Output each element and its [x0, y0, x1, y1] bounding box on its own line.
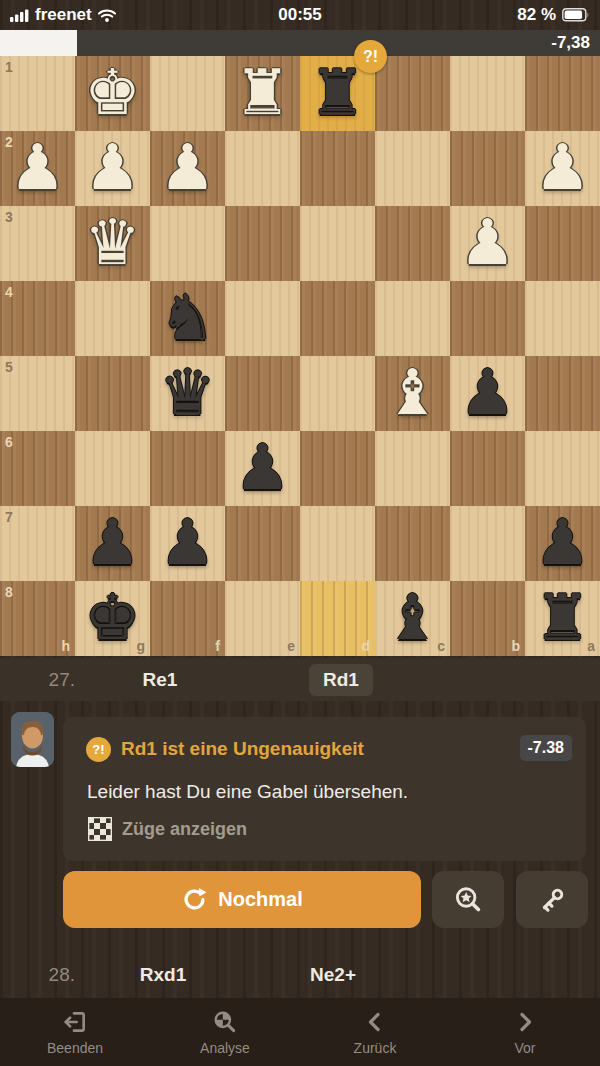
square-f2[interactable]: ♟ — [150, 131, 225, 206]
square-d2[interactable] — [300, 131, 375, 206]
key-button[interactable] — [516, 871, 588, 928]
piece-bR-a8: ♜ — [525, 581, 600, 656]
game-review-button[interactable] — [432, 871, 504, 928]
square-d6[interactable] — [300, 431, 375, 506]
move-white-28[interactable]: Rxd1 — [134, 963, 192, 987]
nav-item-vor[interactable]: Vor — [450, 998, 600, 1066]
square-c7[interactable] — [375, 506, 450, 581]
square-c6[interactable] — [375, 431, 450, 506]
square-e8[interactable]: e — [225, 581, 300, 656]
square-f4[interactable]: ♞ — [150, 281, 225, 356]
square-e5[interactable] — [225, 356, 300, 431]
show-moves-label: Züge anzeigen — [122, 819, 247, 840]
square-d3[interactable] — [300, 206, 375, 281]
square-b5[interactable]: ♟ — [450, 356, 525, 431]
rank-label-2: 2 — [5, 134, 13, 150]
square-c5[interactable]: ♝ — [375, 356, 450, 431]
key-icon — [537, 885, 567, 915]
file-label-d: d — [361, 638, 370, 654]
nav-item-analyse[interactable]: Analyse — [150, 998, 300, 1066]
square-h2[interactable]: 2♟ — [0, 131, 75, 206]
rank-label-5: 5 — [5, 359, 13, 375]
analysis-icon — [212, 1009, 238, 1035]
square-a2[interactable]: ♟ — [525, 131, 600, 206]
exit-icon — [62, 1009, 88, 1035]
square-g8[interactable]: g♚ — [75, 581, 150, 656]
square-h3[interactable]: 3 — [0, 206, 75, 281]
square-e1[interactable]: ♜ — [225, 56, 300, 131]
rank-label-3: 3 — [5, 209, 13, 225]
move-white-27[interactable]: Re1 — [137, 668, 184, 692]
evaluation-bar: -7,38 — [0, 30, 600, 56]
evaluation-chip: -7.38 — [520, 735, 572, 761]
square-f8[interactable]: f — [150, 581, 225, 656]
square-g5[interactable] — [75, 356, 150, 431]
inaccuracy-badge-small-label: ?! — [92, 742, 104, 757]
piece-bK-g8: ♚ — [75, 581, 150, 656]
square-b2[interactable] — [450, 131, 525, 206]
retry-refresh-icon — [181, 886, 208, 913]
nav-label-zurueck: Zurück — [354, 1040, 397, 1056]
nav-item-zurueck[interactable]: Zurück — [300, 998, 450, 1066]
magnifier-star-icon — [453, 885, 483, 915]
analysis-card: ?! Rd1 ist eine Ungenauigkeit -7.38 Leid… — [63, 717, 586, 861]
rank-label-7: 7 — [5, 509, 13, 525]
square-e7[interactable] — [225, 506, 300, 581]
rank-label-1: 1 — [5, 59, 13, 75]
evaluation-white-portion — [0, 30, 77, 56]
square-g6[interactable] — [75, 431, 150, 506]
square-e6[interactable]: ♟ — [225, 431, 300, 506]
file-label-f: f — [215, 638, 220, 654]
clock: 00:55 — [0, 5, 600, 25]
forward-icon — [513, 1009, 537, 1035]
piece-wB-c5: ♝ — [375, 356, 450, 431]
analysis-card-header: ?! Rd1 ist eine Ungenauigkeit -7.38 — [63, 737, 586, 763]
nav-item-beenden[interactable]: Beenden — [0, 998, 150, 1066]
piece-bP-g7: ♟ — [75, 506, 150, 581]
back-icon — [363, 1009, 387, 1035]
square-a7[interactable]: ♟ — [525, 506, 600, 581]
move-number: 28. — [30, 964, 75, 986]
square-e3[interactable] — [225, 206, 300, 281]
square-c1[interactable] — [375, 56, 450, 131]
chess-board: ?! 1♚♜♜2♟♟♟♟3♛♟4♞5♛♝♟6♟7♟♟♟8hg♚fedc♝ba♜ — [0, 56, 600, 656]
file-label-h: h — [61, 638, 70, 654]
retry-button[interactable]: Nochmal — [63, 871, 421, 928]
square-d8[interactable]: d — [300, 581, 375, 656]
nav-label-beenden: Beenden — [47, 1040, 103, 1056]
square-a4[interactable] — [525, 281, 600, 356]
piece-wR-e1: ♜ — [225, 56, 300, 131]
square-g4[interactable] — [75, 281, 150, 356]
avatar — [11, 712, 54, 767]
square-h7[interactable]: 7 — [0, 506, 75, 581]
square-h6[interactable]: 6 — [0, 431, 75, 506]
piece-wK-g1: ♚ — [75, 56, 150, 131]
square-g2[interactable]: ♟ — [75, 131, 150, 206]
inaccuracy-badge: ?! — [354, 40, 387, 73]
square-g7[interactable]: ♟ — [75, 506, 150, 581]
square-g3[interactable]: ♛ — [75, 206, 150, 281]
square-d5[interactable] — [300, 356, 375, 431]
move-black-27-selected[interactable]: Rd1 — [309, 664, 373, 696]
file-label-g: g — [136, 638, 145, 654]
square-b7[interactable] — [450, 506, 525, 581]
square-a5[interactable] — [525, 356, 600, 431]
rank-label-8: 8 — [5, 584, 13, 600]
square-b6[interactable] — [450, 431, 525, 506]
piece-bB-c8: ♝ — [375, 581, 450, 656]
piece-wP-g2: ♟ — [75, 131, 150, 206]
square-e2[interactable] — [225, 131, 300, 206]
piece-bN-f4: ♞ — [150, 281, 225, 356]
square-e4[interactable] — [225, 281, 300, 356]
retry-label: Nochmal — [218, 888, 302, 911]
square-h1[interactable]: 1 — [0, 56, 75, 131]
square-c8[interactable]: c♝ — [375, 581, 450, 656]
move-black-28[interactable]: Ne2+ — [304, 963, 362, 987]
square-c4[interactable] — [375, 281, 450, 356]
app-screen: freenet 00:55 82 % -7,38 ?! 1♚♜♜2♟♟♟♟3♛♟… — [0, 0, 600, 1066]
square-f3[interactable] — [150, 206, 225, 281]
move-row-27: 27. Re1 Rd1 — [0, 658, 600, 701]
square-b1[interactable] — [450, 56, 525, 131]
inaccuracy-badge-label: ?! — [363, 48, 378, 65]
rank-label-4: 4 — [5, 284, 13, 300]
show-moves-button[interactable]: Züge anzeigen — [88, 817, 247, 841]
square-h4[interactable]: 4 — [0, 281, 75, 356]
file-label-b: b — [511, 638, 520, 654]
square-c3[interactable] — [375, 206, 450, 281]
square-b8[interactable]: b — [450, 581, 525, 656]
move-number: 27. — [30, 669, 75, 691]
status-bar: freenet 00:55 82 % — [0, 0, 600, 30]
square-h8[interactable]: 8h — [0, 581, 75, 656]
piece-wP-b3: ♟ — [450, 206, 525, 281]
square-f1[interactable] — [150, 56, 225, 131]
piece-wP-f2: ♟ — [150, 131, 225, 206]
piece-bQ-f5: ♛ — [150, 356, 225, 431]
square-a6[interactable] — [525, 431, 600, 506]
rank-label-6: 6 — [5, 434, 13, 450]
piece-bP-a7: ♟ — [525, 506, 600, 581]
piece-wQ-g3: ♛ — [75, 206, 150, 281]
square-g1[interactable]: ♚ — [75, 56, 150, 131]
file-label-c: c — [437, 638, 445, 654]
nav-label-analyse: Analyse — [200, 1040, 250, 1056]
piece-wP-h2: ♟ — [0, 131, 75, 206]
square-d7[interactable] — [300, 506, 375, 581]
square-b3[interactable]: ♟ — [450, 206, 525, 281]
square-f7[interactable]: ♟ — [150, 506, 225, 581]
square-d4[interactable] — [300, 281, 375, 356]
piece-bP-e6: ♟ — [225, 431, 300, 506]
analysis-title: Rd1 ist eine Ungenauigkeit — [121, 738, 364, 760]
square-a3[interactable] — [525, 206, 600, 281]
piece-wP-a2: ♟ — [525, 131, 600, 206]
square-f5[interactable]: ♛ — [150, 356, 225, 431]
square-c2[interactable] — [375, 131, 450, 206]
nav-label-vor: Vor — [514, 1040, 535, 1056]
mini-board-icon — [88, 817, 112, 841]
square-a8[interactable]: a♜ — [525, 581, 600, 656]
inaccuracy-badge-small: ?! — [86, 737, 111, 762]
square-a1[interactable] — [525, 56, 600, 131]
square-h5[interactable]: 5 — [0, 356, 75, 431]
move-row-28: 28. Rxd1 Ne2+ — [0, 956, 600, 994]
piece-bP-f7: ♟ — [150, 506, 225, 581]
analysis-comment: Leider hast Du eine Gabel übersehen. — [87, 781, 408, 803]
piece-bP-b5: ♟ — [450, 356, 525, 431]
file-label-a: a — [587, 638, 595, 654]
evaluation-value: -7,38 — [551, 30, 590, 56]
square-f6[interactable] — [150, 431, 225, 506]
bottom-nav: Beenden Analyse Zurück — [0, 998, 600, 1066]
file-label-e: e — [287, 638, 295, 654]
square-b4[interactable] — [450, 281, 525, 356]
